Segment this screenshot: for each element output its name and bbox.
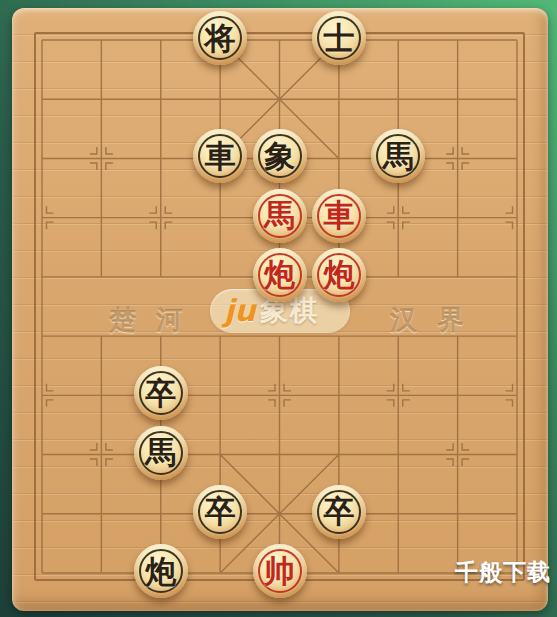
grid-lines xyxy=(42,40,517,573)
piece-red-cannon-7[interactable]: 炮 xyxy=(253,248,307,302)
game-screen: 楚河 汉界 ju 象棋 将士車象馬馬車炮炮卒馬卒卒炮帅 千般下载 xyxy=(0,0,557,617)
piece-black-soldier-12[interactable]: 卒 xyxy=(312,485,366,539)
piece-black-cannon-13[interactable]: 炮 xyxy=(134,544,188,598)
board-grid[interactable]: 将士車象馬馬車炮炮卒馬卒卒炮帅 xyxy=(42,40,517,573)
piece-red-chariot-6[interactable]: 車 xyxy=(312,189,366,243)
piece-red-cannon-8[interactable]: 炮 xyxy=(312,248,366,302)
piece-black-horse-10[interactable]: 馬 xyxy=(134,426,188,480)
piece-black-soldier-11[interactable]: 卒 xyxy=(193,485,247,539)
piece-character: 士 xyxy=(323,23,354,54)
piece-black-advisor-1[interactable]: 士 xyxy=(312,11,366,65)
piece-red-horse-5[interactable]: 馬 xyxy=(253,189,307,243)
piece-character: 卒 xyxy=(205,496,236,527)
piece-character: 車 xyxy=(205,141,236,172)
piece-black-elephant-3[interactable]: 象 xyxy=(253,129,307,183)
piece-character: 馬 xyxy=(264,200,295,231)
piece-character: 卒 xyxy=(145,378,176,409)
piece-character: 馬 xyxy=(145,437,176,468)
piece-character: 卒 xyxy=(323,496,354,527)
piece-character: 車 xyxy=(323,200,354,231)
piece-black-general-0[interactable]: 将 xyxy=(193,11,247,65)
piece-character: 将 xyxy=(205,23,236,54)
piece-red-general-14[interactable]: 帅 xyxy=(253,544,307,598)
xiangqi-board: 楚河 汉界 ju 象棋 将士車象馬馬車炮炮卒馬卒卒炮帅 xyxy=(12,8,548,611)
piece-character: 帅 xyxy=(264,556,295,587)
piece-character: 炮 xyxy=(145,556,176,587)
download-watermark: 千般下载 xyxy=(455,557,555,588)
piece-character: 象 xyxy=(264,141,295,172)
piece-character: 馬 xyxy=(383,141,414,172)
piece-character: 炮 xyxy=(323,259,354,290)
piece-character: 炮 xyxy=(264,259,295,290)
piece-black-soldier-9[interactable]: 卒 xyxy=(134,366,188,420)
